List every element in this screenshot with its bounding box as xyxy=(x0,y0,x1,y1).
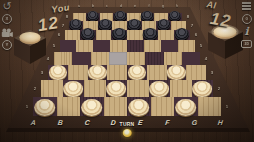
square-d2[interactable] xyxy=(106,80,128,97)
rank-label-right-7: 7 xyxy=(189,23,195,27)
file-label-top-g: g xyxy=(159,4,167,8)
square-e1[interactable] xyxy=(127,97,151,116)
black-piece-e7[interactable] xyxy=(128,19,141,30)
view-2d-toggle[interactable]: 2D xyxy=(241,40,252,48)
white-piece-e3[interactable] xyxy=(128,65,146,80)
square-b5 xyxy=(76,40,93,52)
white-piece-d2[interactable] xyxy=(106,81,126,97)
white-piece-g1[interactable] xyxy=(175,99,197,116)
file-label-top-f: f xyxy=(145,4,153,8)
black-piece-g7[interactable] xyxy=(157,19,170,30)
square-b4[interactable] xyxy=(72,52,90,65)
rank-label-right-3: 3 xyxy=(209,70,215,74)
square-h4[interactable] xyxy=(182,52,200,65)
square-a3[interactable] xyxy=(48,65,68,80)
right-control-column: 0 i 2D xyxy=(241,1,252,48)
menu-icon[interactable] xyxy=(242,1,251,11)
white-piece-a3[interactable] xyxy=(49,65,67,80)
board-rank-3: 33 xyxy=(48,65,206,80)
rank-label-right-8: 8 xyxy=(185,15,191,19)
left-control-column: ↺ X Y xyxy=(1,1,13,50)
black-piece-f6[interactable] xyxy=(143,28,157,40)
square-f4[interactable] xyxy=(145,52,163,65)
rank-label-left-6: 6 xyxy=(56,33,62,37)
square-f5 xyxy=(144,40,161,52)
camera-icon[interactable] xyxy=(1,28,13,38)
square-c3[interactable] xyxy=(88,65,108,80)
black-piece-f8[interactable] xyxy=(141,11,154,21)
undo-icon[interactable]: ↺ xyxy=(2,1,11,12)
square-c6 xyxy=(96,30,112,40)
square-g2 xyxy=(170,80,192,97)
square-g3[interactable] xyxy=(167,65,187,80)
square-e3[interactable] xyxy=(127,65,147,80)
square-a6 xyxy=(65,30,81,40)
file-label-top-e: e xyxy=(131,4,139,8)
rank-label-left-3: 3 xyxy=(39,70,45,74)
file-label-top-c: c xyxy=(103,4,111,8)
square-c1[interactable] xyxy=(80,97,104,116)
square-g6 xyxy=(158,30,174,40)
white-piece-f2[interactable] xyxy=(149,81,169,97)
square-a1[interactable] xyxy=(33,97,57,116)
file-label-bottom-H: H xyxy=(207,119,234,126)
rank-label-left-1: 1 xyxy=(24,104,30,108)
white-piece-a1[interactable] xyxy=(34,99,56,116)
square-b8[interactable] xyxy=(86,13,100,21)
file-label-bottom-F: F xyxy=(153,119,180,126)
square-f3 xyxy=(147,65,167,80)
checkers-game-screen: abcdefgh 8877665544332211 ABCDEFGH TURN … xyxy=(0,0,254,142)
file-label-bottom-C: C xyxy=(73,119,100,126)
rank-label-right-5: 5 xyxy=(198,44,204,48)
file-label-bottom-B: B xyxy=(46,119,73,126)
black-piece-b8[interactable] xyxy=(87,11,100,21)
square-c4 xyxy=(91,52,109,65)
board-rank-6: 66 xyxy=(65,30,190,40)
square-e7[interactable] xyxy=(127,21,142,30)
rank-label-right-1: 1 xyxy=(224,104,230,108)
square-a2 xyxy=(41,80,63,97)
board-rank-1: 11 xyxy=(33,97,221,116)
file-label-top-h: h xyxy=(173,4,181,8)
square-d3 xyxy=(107,65,127,80)
square-f2[interactable] xyxy=(149,80,171,97)
rank-label-right-2: 2 xyxy=(216,86,222,90)
turn-label: TURN xyxy=(120,121,135,126)
black-piece-d6[interactable] xyxy=(112,28,126,40)
file-labels-top: abcdefgh xyxy=(72,3,184,9)
square-e4 xyxy=(127,52,145,65)
white-piece-e1[interactable] xyxy=(128,99,150,116)
black-piece-h8[interactable] xyxy=(168,11,181,21)
info-icon[interactable]: i xyxy=(244,27,248,37)
square-f6[interactable] xyxy=(143,30,159,40)
square-h1 xyxy=(198,97,222,116)
square-g7[interactable] xyxy=(156,21,171,30)
square-d1 xyxy=(104,97,128,116)
square-e5[interactable] xyxy=(127,40,144,52)
square-d6[interactable] xyxy=(111,30,127,40)
turn-indicator-dot xyxy=(123,129,132,137)
white-piece-g3[interactable] xyxy=(167,65,185,80)
board-rank-4: 44 xyxy=(54,52,200,65)
square-h6[interactable] xyxy=(174,30,190,40)
file-label-bottom-A: A xyxy=(20,119,47,126)
square-h8[interactable] xyxy=(168,13,182,21)
square-d8[interactable] xyxy=(113,13,127,21)
rank-label-right-6: 6 xyxy=(193,33,199,37)
white-piece-c3[interactable] xyxy=(88,65,106,80)
square-e6 xyxy=(127,30,143,40)
file-label-bottom-G: G xyxy=(180,119,207,126)
square-a5[interactable] xyxy=(60,40,77,52)
square-f8[interactable] xyxy=(141,13,155,21)
white-piece-b2[interactable] xyxy=(63,81,83,97)
zero-button[interactable]: 0 xyxy=(242,14,252,24)
rank-label-left-5: 5 xyxy=(51,44,57,48)
black-piece-h6[interactable] xyxy=(175,28,189,40)
white-piece-c1[interactable] xyxy=(81,99,103,116)
board-rank-2: 22 xyxy=(41,80,213,97)
square-h3 xyxy=(186,65,206,80)
square-g5[interactable] xyxy=(161,40,178,52)
square-c5[interactable] xyxy=(93,40,110,52)
square-e2 xyxy=(127,80,149,97)
square-b6[interactable] xyxy=(80,30,96,40)
y-button[interactable]: Y xyxy=(2,40,12,50)
board-rank-5: 55 xyxy=(60,40,195,52)
square-b3 xyxy=(68,65,88,80)
square-b1 xyxy=(57,97,81,116)
square-c2 xyxy=(84,80,106,97)
square-h2[interactable] xyxy=(192,80,214,97)
square-d4-highlighted[interactable] xyxy=(109,52,127,65)
x-button[interactable]: X xyxy=(2,14,12,24)
black-piece-b6[interactable] xyxy=(81,28,95,40)
square-c7[interactable] xyxy=(98,21,113,30)
white-piece-h2[interactable] xyxy=(192,81,212,97)
black-piece-c7[interactable] xyxy=(98,19,111,30)
square-f1 xyxy=(151,97,175,116)
square-d5 xyxy=(110,40,127,52)
file-label-top-d: d xyxy=(117,4,125,8)
file-label-top-b: b xyxy=(89,4,97,8)
black-piece-d8[interactable] xyxy=(114,11,127,21)
square-a4 xyxy=(54,52,72,65)
square-b2[interactable] xyxy=(63,80,85,97)
square-g4 xyxy=(164,52,182,65)
square-g1[interactable] xyxy=(174,97,198,116)
rank-label-left-2: 2 xyxy=(32,86,38,90)
square-h5 xyxy=(178,40,195,52)
